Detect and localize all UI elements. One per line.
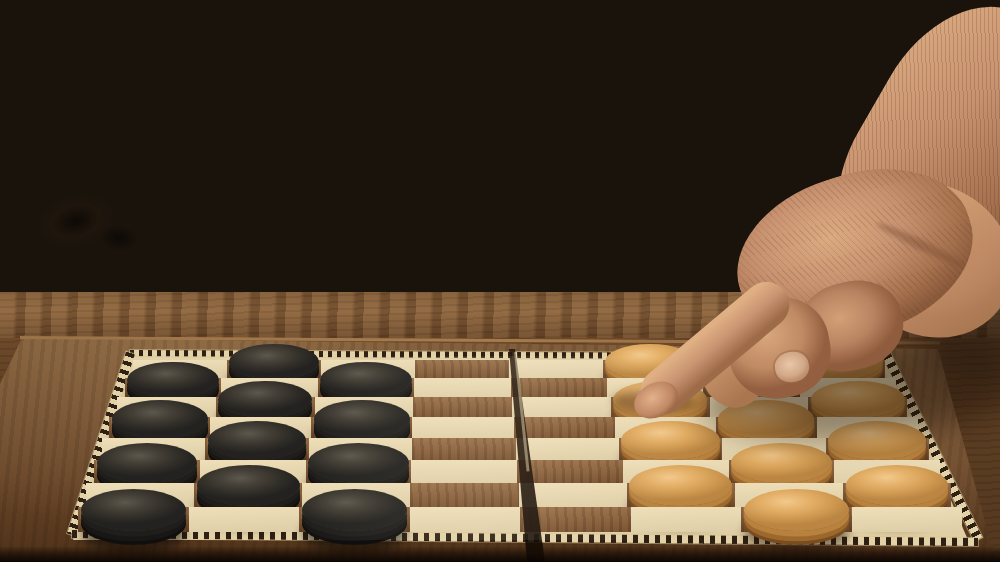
finger-contact-shadow [612, 390, 694, 412]
square-dark[interactable] [306, 460, 412, 483]
square-dark[interactable] [741, 507, 852, 532]
square-dark[interactable] [514, 417, 615, 438]
square-dark[interactable] [299, 507, 410, 532]
square-dark[interactable] [194, 483, 302, 507]
square-dark[interactable] [227, 360, 321, 378]
square-dark[interactable] [619, 438, 722, 460]
square-dark[interactable] [318, 378, 414, 397]
square-light[interactable] [512, 397, 611, 417]
square-dark[interactable] [205, 438, 308, 460]
square-dark[interactable] [109, 417, 210, 438]
square-light[interactable] [189, 507, 300, 532]
checker-piece-tan[interactable] [621, 421, 719, 460]
checker-piece-tan[interactable] [846, 465, 949, 506]
checker-piece-tan[interactable] [605, 344, 694, 380]
square-dark[interactable] [125, 378, 221, 397]
checker-piece-black[interactable] [81, 489, 186, 531]
square-dark[interactable] [413, 397, 512, 417]
checker-piece-black[interactable] [112, 400, 208, 438]
square-light[interactable] [509, 360, 603, 378]
checker-piece-black[interactable] [229, 344, 318, 380]
checker-piece-black[interactable] [197, 465, 300, 506]
square-light[interactable] [410, 507, 521, 532]
square-light[interactable] [631, 507, 742, 532]
square-dark[interactable] [843, 483, 951, 507]
play-area [0, 0, 1000, 562]
square-dark[interactable] [412, 438, 515, 460]
checker-piece-black[interactable] [308, 443, 408, 483]
square-dark[interactable] [627, 483, 735, 507]
square-dark[interactable] [94, 460, 200, 483]
square-dark[interactable] [826, 438, 929, 460]
checker-piece-black[interactable] [208, 421, 306, 460]
checker-piece-black[interactable] [320, 362, 412, 399]
checker-piece-tan[interactable] [731, 443, 831, 483]
board-front-edge [0, 546, 1000, 562]
scene [0, 0, 1000, 562]
checker-piece-black[interactable] [97, 443, 197, 483]
square-dark[interactable] [78, 507, 189, 532]
checker-piece-tan[interactable] [744, 489, 849, 531]
square-dark[interactable] [603, 360, 697, 378]
square-light[interactable] [516, 438, 619, 460]
checker-piece-black[interactable] [218, 381, 312, 419]
square-dark[interactable] [311, 417, 412, 438]
square-dark[interactable] [415, 360, 509, 378]
square-light[interactable] [411, 460, 517, 483]
square-dark[interactable] [729, 460, 835, 483]
square-dark[interactable] [216, 397, 315, 417]
square-light[interactable] [414, 378, 510, 397]
checker-piece-black[interactable] [127, 362, 219, 399]
square-dark[interactable] [410, 483, 518, 507]
checker-piece-black[interactable] [314, 400, 410, 438]
square-light[interactable] [412, 417, 513, 438]
board-row [78, 507, 962, 532]
checker-piece-tan[interactable] [629, 465, 732, 506]
square-light[interactable] [852, 507, 963, 532]
checker-piece-black[interactable] [302, 489, 407, 531]
square-dark[interactable] [511, 378, 607, 397]
